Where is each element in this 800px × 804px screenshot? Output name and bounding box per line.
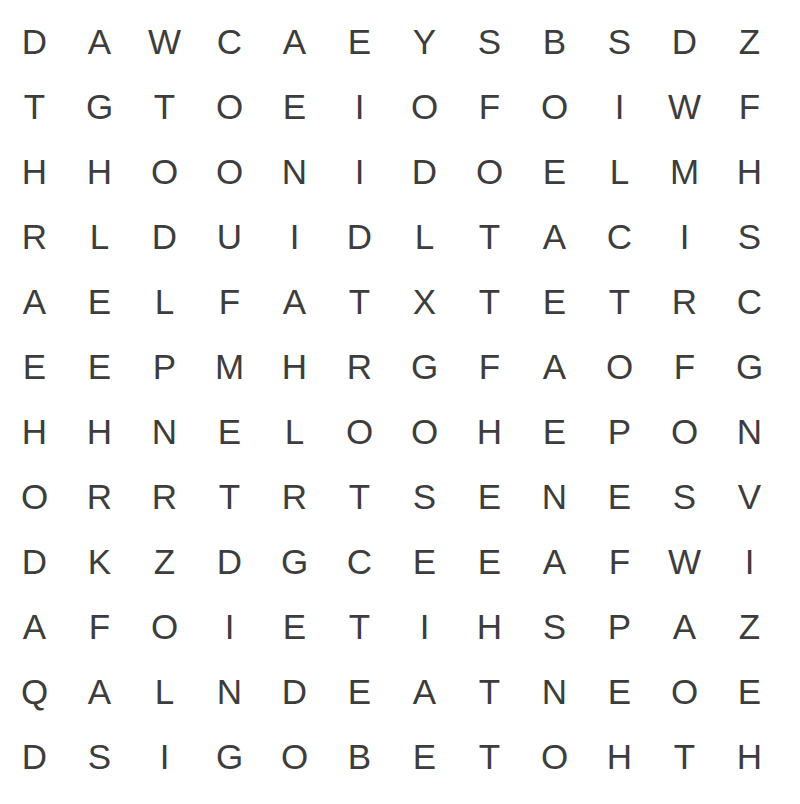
grid-cell[interactable]: O: [652, 399, 717, 464]
grid-cell[interactable]: I: [392, 594, 457, 659]
grid-cell[interactable]: G: [392, 334, 457, 399]
grid-cell[interactable]: D: [2, 529, 67, 594]
grid-cell[interactable]: F: [652, 334, 717, 399]
grid-cell[interactable]: O: [652, 659, 717, 724]
grid-cell[interactable]: O: [392, 399, 457, 464]
grid-cell[interactable]: L: [132, 659, 197, 724]
grid-cell[interactable]: E: [327, 659, 392, 724]
grid-cell[interactable]: G: [197, 724, 262, 789]
grid-cell[interactable]: R: [2, 204, 67, 269]
grid-cell[interactable]: O: [327, 399, 392, 464]
word-search-grid: DAWCAEYSBSDZTGTOEIOFOIWFHHOONIDOELMHRLDU…: [2, 9, 782, 789]
grid-cell[interactable]: H: [67, 139, 132, 204]
grid-cell[interactable]: E: [262, 594, 327, 659]
grid-cell[interactable]: E: [457, 529, 522, 594]
grid-cell[interactable]: F: [457, 74, 522, 139]
grid-cell[interactable]: H: [457, 594, 522, 659]
grid-cell[interactable]: D: [2, 724, 67, 789]
grid-cell[interactable]: E: [67, 269, 132, 334]
grid-cell[interactable]: I: [327, 74, 392, 139]
grid-cell[interactable]: I: [652, 204, 717, 269]
grid-cell[interactable]: A: [262, 269, 327, 334]
grid-cell[interactable]: P: [587, 399, 652, 464]
grid-cell[interactable]: O: [197, 139, 262, 204]
grid-cell[interactable]: O: [457, 139, 522, 204]
grid-cell[interactable]: C: [197, 9, 262, 74]
grid-cell[interactable]: A: [522, 334, 587, 399]
grid-cell[interactable]: T: [327, 594, 392, 659]
grid-cell[interactable]: T: [457, 659, 522, 724]
grid-cell[interactable]: O: [522, 74, 587, 139]
grid-cell[interactable]: Q: [2, 659, 67, 724]
grid-cell[interactable]: E: [457, 464, 522, 529]
grid-cell[interactable]: O: [587, 334, 652, 399]
grid-cell[interactable]: S: [652, 464, 717, 529]
grid-cell[interactable]: D: [197, 529, 262, 594]
grid-cell[interactable]: E: [2, 334, 67, 399]
grid-cell[interactable]: N: [522, 659, 587, 724]
grid-cell[interactable]: M: [197, 334, 262, 399]
grid-cell[interactable]: N: [132, 399, 197, 464]
grid-cell[interactable]: S: [457, 9, 522, 74]
grid-cell[interactable]: I: [587, 74, 652, 139]
grid-cell[interactable]: P: [132, 334, 197, 399]
grid-cell[interactable]: A: [262, 9, 327, 74]
grid-cell[interactable]: R: [652, 269, 717, 334]
grid-cell[interactable]: L: [587, 139, 652, 204]
grid-cell[interactable]: D: [327, 204, 392, 269]
grid-cell[interactable]: A: [67, 659, 132, 724]
grid-cell[interactable]: R: [262, 464, 327, 529]
grid-cell[interactable]: H: [587, 724, 652, 789]
grid-cell[interactable]: X: [392, 269, 457, 334]
grid-cell[interactable]: T: [652, 724, 717, 789]
grid-cell[interactable]: R: [132, 464, 197, 529]
grid-cell[interactable]: E: [587, 464, 652, 529]
grid-cell[interactable]: O: [132, 594, 197, 659]
grid-cell[interactable]: T: [587, 269, 652, 334]
grid-cell[interactable]: E: [587, 659, 652, 724]
grid-cell[interactable]: H: [262, 334, 327, 399]
grid-cell[interactable]: O: [2, 464, 67, 529]
grid-cell[interactable]: M: [652, 139, 717, 204]
grid-cell[interactable]: T: [457, 204, 522, 269]
grid-cell[interactable]: W: [652, 529, 717, 594]
grid-cell[interactable]: I: [132, 724, 197, 789]
grid-cell[interactable]: F: [717, 74, 782, 139]
grid-cell[interactable]: B: [522, 9, 587, 74]
grid-cell[interactable]: E: [67, 334, 132, 399]
grid-cell[interactable]: O: [392, 74, 457, 139]
grid-cell[interactable]: W: [652, 74, 717, 139]
grid-cell[interactable]: S: [717, 204, 782, 269]
grid-cell[interactable]: G: [262, 529, 327, 594]
grid-cell[interactable]: E: [522, 139, 587, 204]
grid-cell[interactable]: A: [2, 594, 67, 659]
grid-cell[interactable]: G: [717, 334, 782, 399]
grid-cell[interactable]: Z: [717, 594, 782, 659]
grid-cell[interactable]: N: [522, 464, 587, 529]
grid-cell[interactable]: H: [2, 399, 67, 464]
grid-cell[interactable]: O: [262, 724, 327, 789]
grid-cell[interactable]: O: [132, 139, 197, 204]
grid-cell[interactable]: R: [327, 334, 392, 399]
grid-cell[interactable]: T: [327, 269, 392, 334]
grid-cell[interactable]: E: [262, 74, 327, 139]
grid-cell[interactable]: D: [2, 9, 67, 74]
grid-cell[interactable]: T: [2, 74, 67, 139]
grid-cell[interactable]: E: [327, 9, 392, 74]
grid-cell[interactable]: I: [262, 204, 327, 269]
grid-cell[interactable]: O: [522, 724, 587, 789]
grid-cell[interactable]: S: [522, 594, 587, 659]
grid-cell[interactable]: A: [652, 594, 717, 659]
grid-cell[interactable]: S: [587, 9, 652, 74]
grid-cell[interactable]: H: [2, 139, 67, 204]
grid-cell[interactable]: D: [132, 204, 197, 269]
grid-cell[interactable]: A: [2, 269, 67, 334]
grid-cell[interactable]: H: [67, 399, 132, 464]
grid-cell[interactable]: Z: [717, 9, 782, 74]
grid-cell[interactable]: E: [197, 399, 262, 464]
grid-cell[interactable]: T: [457, 269, 522, 334]
grid-cell[interactable]: E: [392, 724, 457, 789]
grid-cell[interactable]: F: [587, 529, 652, 594]
grid-cell[interactable]: H: [457, 399, 522, 464]
grid-cell[interactable]: D: [262, 659, 327, 724]
grid-cell[interactable]: Z: [132, 529, 197, 594]
grid-cell[interactable]: A: [522, 204, 587, 269]
grid-cell[interactable]: C: [327, 529, 392, 594]
grid-cell[interactable]: T: [327, 464, 392, 529]
grid-cell[interactable]: H: [717, 724, 782, 789]
grid-cell[interactable]: V: [717, 464, 782, 529]
grid-cell[interactable]: T: [197, 464, 262, 529]
grid-cell[interactable]: U: [197, 204, 262, 269]
grid-cell[interactable]: N: [717, 399, 782, 464]
grid-cell[interactable]: G: [67, 74, 132, 139]
grid-cell[interactable]: D: [652, 9, 717, 74]
grid-cell[interactable]: O: [197, 74, 262, 139]
grid-cell[interactable]: L: [67, 204, 132, 269]
grid-cell[interactable]: S: [392, 464, 457, 529]
grid-cell[interactable]: D: [392, 139, 457, 204]
grid-cell[interactable]: P: [587, 594, 652, 659]
grid-cell[interactable]: C: [717, 269, 782, 334]
grid-cell[interactable]: E: [717, 659, 782, 724]
grid-cell[interactable]: B: [327, 724, 392, 789]
grid-cell[interactable]: I: [717, 529, 782, 594]
grid-cell[interactable]: S: [67, 724, 132, 789]
grid-cell[interactable]: K: [67, 529, 132, 594]
grid-cell[interactable]: L: [392, 204, 457, 269]
grid-cell[interactable]: R: [67, 464, 132, 529]
grid-cell[interactable]: W: [132, 9, 197, 74]
grid-cell[interactable]: A: [67, 9, 132, 74]
grid-cell[interactable]: E: [522, 269, 587, 334]
grid-cell[interactable]: C: [587, 204, 652, 269]
grid-cell[interactable]: F: [457, 334, 522, 399]
grid-cell[interactable]: N: [197, 659, 262, 724]
grid-cell[interactable]: E: [392, 529, 457, 594]
grid-cell[interactable]: F: [67, 594, 132, 659]
grid-cell[interactable]: F: [197, 269, 262, 334]
grid-cell[interactable]: T: [457, 724, 522, 789]
grid-cell[interactable]: H: [717, 139, 782, 204]
grid-cell[interactable]: A: [522, 529, 587, 594]
grid-cell[interactable]: I: [197, 594, 262, 659]
grid-cell[interactable]: L: [262, 399, 327, 464]
grid-cell[interactable]: N: [262, 139, 327, 204]
grid-cell[interactable]: E: [522, 399, 587, 464]
grid-cell[interactable]: Y: [392, 9, 457, 74]
grid-cell[interactable]: T: [132, 74, 197, 139]
grid-cell[interactable]: I: [327, 139, 392, 204]
grid-cell[interactable]: A: [392, 659, 457, 724]
grid-cell[interactable]: L: [132, 269, 197, 334]
